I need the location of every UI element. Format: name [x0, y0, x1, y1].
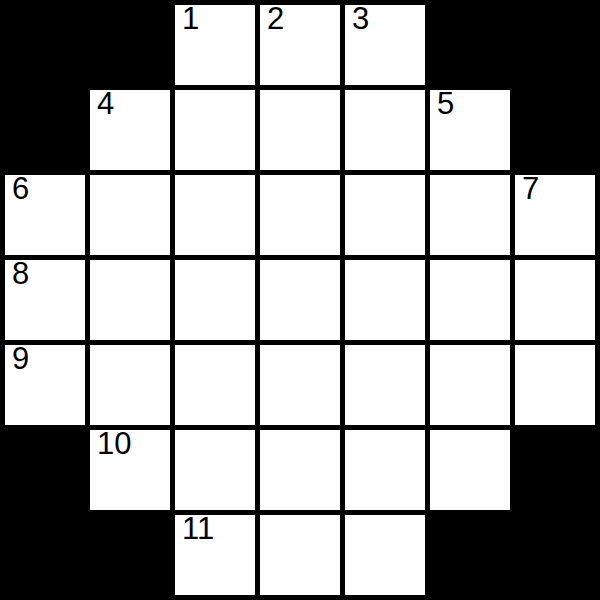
grid-cell-r3c1[interactable]: 6: [5, 175, 85, 255]
clue-number-10: 10: [97, 428, 131, 459]
grid-cell-r1c4[interactable]: 2: [260, 5, 340, 85]
black-cell-r7c6: [430, 515, 510, 595]
grid-cell-r3c3[interactable]: [175, 175, 255, 255]
clue-number-5: 5: [437, 88, 454, 119]
grid-cell-r6c2[interactable]: 10: [90, 430, 170, 510]
grid-cell-r6c5[interactable]: [345, 430, 425, 510]
grid-cell-r4c2[interactable]: [90, 260, 170, 340]
black-cell-r1c1: [5, 5, 85, 85]
clue-number-9: 9: [12, 343, 29, 374]
grid-cell-r3c6[interactable]: [430, 175, 510, 255]
clue-number-4: 4: [97, 88, 114, 119]
grid-cell-r4c6[interactable]: [430, 260, 510, 340]
clue-number-6: 6: [12, 173, 29, 204]
grid-cell-r3c2[interactable]: [90, 175, 170, 255]
grid-cell-r7c5[interactable]: [345, 515, 425, 595]
grid-cell-r6c3[interactable]: [175, 430, 255, 510]
grid-cell-r2c5[interactable]: [345, 90, 425, 170]
grid-cell-r5c7[interactable]: [515, 345, 595, 425]
crossword-board: 1234567891011: [0, 0, 600, 600]
grid-cell-r2c3[interactable]: [175, 90, 255, 170]
grid-cell-r5c5[interactable]: [345, 345, 425, 425]
black-cell-r7c1: [5, 515, 85, 595]
grid-cell-r2c4[interactable]: [260, 90, 340, 170]
grid-cell-r1c5[interactable]: 3: [345, 5, 425, 85]
clue-number-8: 8: [12, 258, 29, 289]
grid-cell-r7c3[interactable]: 11: [175, 515, 255, 595]
clue-number-2: 2: [267, 3, 284, 34]
grid-cell-r4c7[interactable]: [515, 260, 595, 340]
clue-number-11: 11: [182, 513, 214, 544]
grid-cell-r3c7[interactable]: 7: [515, 175, 595, 255]
grid-cell-r2c6[interactable]: 5: [430, 90, 510, 170]
clue-number-1: 1: [182, 3, 199, 34]
black-cell-r1c7: [515, 5, 595, 85]
black-cell-r2c1: [5, 90, 85, 170]
black-cell-r2c7: [515, 90, 595, 170]
grid-cell-r7c4[interactable]: [260, 515, 340, 595]
black-cell-r1c2: [90, 5, 170, 85]
black-cell-r6c7: [515, 430, 595, 510]
grid-cell-r3c4[interactable]: [260, 175, 340, 255]
clue-number-7: 7: [522, 173, 539, 204]
grid-cell-r5c6[interactable]: [430, 345, 510, 425]
black-cell-r7c7: [515, 515, 595, 595]
grid-cell-r5c1[interactable]: 9: [5, 345, 85, 425]
grid-cell-r1c3[interactable]: 1: [175, 5, 255, 85]
grid-cell-r5c2[interactable]: [90, 345, 170, 425]
grid-cell-r5c3[interactable]: [175, 345, 255, 425]
grid-cell-r4c3[interactable]: [175, 260, 255, 340]
grid-cell-r2c2[interactable]: 4: [90, 90, 170, 170]
grid-cell-r6c6[interactable]: [430, 430, 510, 510]
black-cell-r1c6: [430, 5, 510, 85]
grid-cell-r4c4[interactable]: [260, 260, 340, 340]
grid-cell-r3c5[interactable]: [345, 175, 425, 255]
black-cell-r7c2: [90, 515, 170, 595]
black-cell-r6c1: [5, 430, 85, 510]
grid-cell-r4c1[interactable]: 8: [5, 260, 85, 340]
grid-cell-r5c4[interactable]: [260, 345, 340, 425]
grid-cell-r4c5[interactable]: [345, 260, 425, 340]
grid-cell-r6c4[interactable]: [260, 430, 340, 510]
clue-number-3: 3: [352, 3, 369, 34]
